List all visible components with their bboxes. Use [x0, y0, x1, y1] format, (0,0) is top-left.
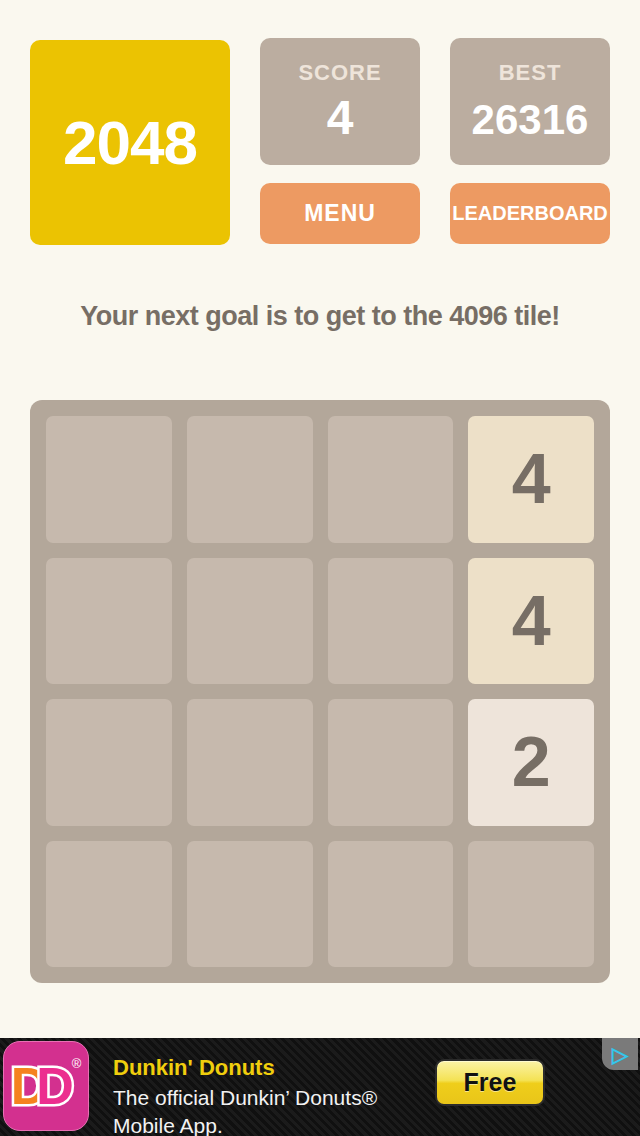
- board-cell-empty: [46, 558, 172, 685]
- board-cell-empty: [46, 699, 172, 826]
- leaderboard-button-label: LEADERBOARD: [452, 202, 608, 225]
- board-cell-empty: [328, 841, 454, 968]
- logo-2048-tile: 2048: [30, 40, 230, 245]
- board-cell-empty: [46, 416, 172, 543]
- ad-body-line1: The official Dunkin’ Donuts®: [113, 1086, 377, 1110]
- tile-4: 4: [468, 416, 594, 543]
- next-goal-text: Your next goal is to get to the 4096 til…: [0, 301, 640, 332]
- board-cell-empty: [468, 841, 594, 968]
- ad-title: Dunkin' Donuts: [113, 1055, 275, 1081]
- board-cell-empty: [328, 699, 454, 826]
- app-screen: 2048 SCORE 4 BEST 26316 MENU LEADERBOARD…: [0, 0, 640, 1136]
- board-cell-empty: [328, 416, 454, 543]
- dunkin-donuts-app-icon[interactable]: D D ®: [3, 1041, 89, 1131]
- board-cell-empty: [328, 558, 454, 685]
- best-value: 26316: [472, 96, 589, 144]
- tile-4: 4: [468, 558, 594, 685]
- board-cell-empty: [187, 416, 313, 543]
- menu-button[interactable]: MENU: [260, 183, 420, 244]
- ad-banner[interactable]: D D ® Dunkin' Donuts The official Dunkin…: [0, 1038, 640, 1136]
- leaderboard-button[interactable]: LEADERBOARD: [450, 183, 610, 244]
- best-label: BEST: [499, 60, 562, 86]
- board-cell-empty: [187, 841, 313, 968]
- best-box: BEST 26316: [450, 38, 610, 165]
- adchoices-glyph: ▷: [612, 1044, 628, 1065]
- free-install-button[interactable]: Free: [435, 1059, 545, 1106]
- registered-mark: ®: [72, 1056, 82, 1071]
- logo-text: 2048: [63, 107, 197, 178]
- menu-button-label: MENU: [304, 200, 376, 227]
- adchoices-icon[interactable]: ▷: [602, 1038, 638, 1070]
- board-cell-empty: [187, 558, 313, 685]
- score-value: 4: [327, 90, 354, 145]
- score-label: SCORE: [298, 60, 381, 86]
- board-cell-empty: [187, 699, 313, 826]
- score-box: SCORE 4: [260, 38, 420, 165]
- tile-2: 2: [468, 699, 594, 826]
- free-button-label: Free: [464, 1068, 517, 1097]
- board-grid[interactable]: 442: [30, 400, 610, 983]
- board-cell-empty: [46, 841, 172, 968]
- dd-letter-icon: D: [36, 1060, 74, 1112]
- ad-body-line2: Mobile App.: [113, 1114, 223, 1136]
